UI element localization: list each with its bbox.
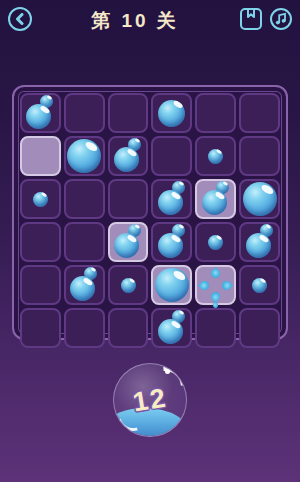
bubble-double-main — [158, 233, 183, 258]
cell-r4c2[interactable] — [64, 222, 105, 262]
cell-r3c3[interactable] — [108, 179, 149, 219]
bubble-double — [200, 181, 232, 217]
cell-r1c2[interactable] — [64, 93, 105, 133]
bubble-double — [156, 181, 188, 217]
cell-r1c6[interactable] — [239, 93, 280, 133]
droplet-left — [198, 279, 211, 292]
cell-r3c1[interactable] — [20, 179, 61, 219]
cell-r6c4[interactable] — [151, 308, 192, 348]
cell-r4c1[interactable] — [20, 222, 61, 262]
cell-r6c6[interactable] — [239, 308, 280, 348]
bubble-small — [208, 149, 223, 164]
back-button[interactable] — [8, 7, 32, 31]
header-actions — [239, 7, 293, 31]
cell-r3c6[interactable] — [239, 179, 280, 219]
droplet-up — [209, 267, 222, 280]
bubble-large — [67, 139, 101, 173]
cell-r2c5[interactable] — [195, 136, 236, 176]
bubble-double-main — [246, 233, 271, 258]
cell-r1c5[interactable] — [195, 93, 236, 133]
bookmark-icon — [239, 7, 263, 31]
level-title: 第 10 关 — [40, 8, 230, 34]
bubble-large — [155, 268, 189, 302]
bubble-double-main — [202, 190, 227, 215]
cell-r5c2[interactable] — [64, 265, 105, 305]
splash-droplets-icon — [197, 267, 234, 303]
chevron-left-icon — [14, 13, 26, 25]
bubble-double-main — [158, 190, 183, 215]
bubble-double-main — [26, 104, 51, 129]
cell-r4c5[interactable] — [195, 222, 236, 262]
cell-r2c3[interactable] — [108, 136, 149, 176]
bubble-small — [208, 235, 223, 250]
bubble-small — [121, 278, 136, 293]
droplet-down — [209, 290, 222, 303]
bubble-small — [252, 278, 267, 293]
header-bar: 第 10 关 — [0, 7, 300, 33]
music-note-icon — [269, 7, 293, 31]
cell-r1c4[interactable] — [151, 93, 192, 133]
cell-r3c2[interactable] — [64, 179, 105, 219]
cell-r5c1[interactable] — [20, 265, 61, 305]
music-button[interactable] — [269, 7, 293, 31]
bubble-double — [244, 224, 276, 260]
game-screen: 第 10 关 12 — [0, 0, 300, 482]
remaining-count: 12 — [113, 363, 187, 437]
bubble-double-main — [158, 319, 183, 344]
bubble-double — [156, 224, 188, 260]
cell-r1c1[interactable] — [20, 93, 61, 133]
cell-r6c2[interactable] — [64, 308, 105, 348]
bookmark-button[interactable] — [239, 7, 263, 31]
bubble-medium — [158, 100, 185, 127]
cell-r3c5[interactable] — [195, 179, 236, 219]
game-board — [12, 85, 288, 340]
cell-r4c3[interactable] — [108, 222, 149, 262]
cell-r6c5[interactable] — [195, 308, 236, 348]
cell-r5c4[interactable] — [151, 265, 192, 305]
bubble-double — [112, 224, 144, 260]
bubble-double — [68, 267, 100, 303]
cell-r2c6[interactable] — [239, 136, 280, 176]
cell-r5c5[interactable] — [195, 265, 236, 305]
bubble-double-main — [114, 147, 139, 172]
board-grid — [20, 93, 280, 332]
droplet-right — [220, 279, 233, 292]
bubble-double — [112, 138, 144, 174]
bubble-double-main — [70, 276, 95, 301]
cell-r4c6[interactable] — [239, 222, 280, 262]
remaining-counter-bubble: 12 — [113, 363, 187, 437]
cell-r3c4[interactable] — [151, 179, 192, 219]
cell-r2c4[interactable] — [151, 136, 192, 176]
bubble-double — [24, 95, 56, 131]
bubble-large — [243, 182, 277, 216]
cell-r5c3[interactable] — [108, 265, 149, 305]
cell-r2c1[interactable] — [20, 136, 61, 176]
cell-r6c3[interactable] — [108, 308, 149, 348]
cell-r5c6[interactable] — [239, 265, 280, 305]
cell-r2c2[interactable] — [64, 136, 105, 176]
bubble-small — [33, 192, 48, 207]
bubble-double — [156, 310, 188, 346]
cell-r6c1[interactable] — [20, 308, 61, 348]
cell-r4c4[interactable] — [151, 222, 192, 262]
bubble-double-main — [114, 233, 139, 258]
cell-r1c3[interactable] — [108, 93, 149, 133]
